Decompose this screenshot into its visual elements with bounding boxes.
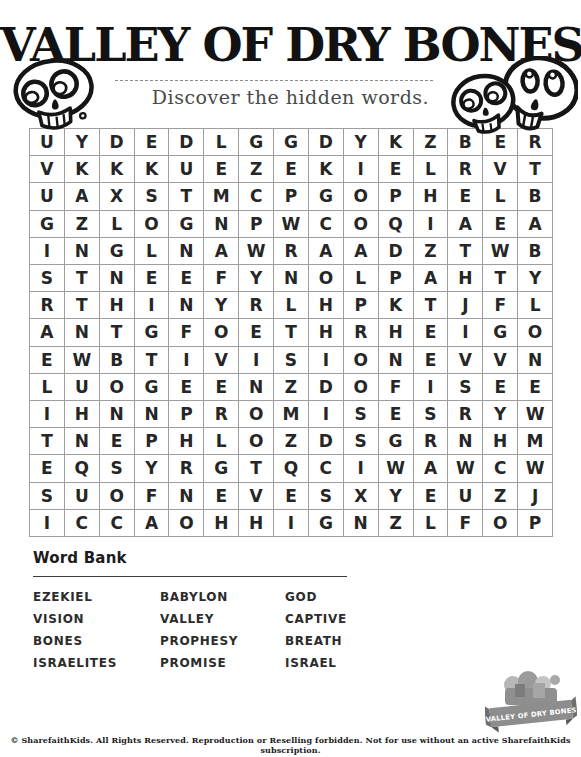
grid-cell[interactable]: P — [274, 183, 309, 210]
grid-cell[interactable]: L — [30, 374, 65, 401]
grid-cell[interactable]: N — [344, 510, 379, 537]
grid-cell[interactable]: O — [204, 319, 239, 346]
word-bank-word: ISRAELITES — [33, 652, 160, 674]
word-bank-word: PROPHESY — [160, 630, 285, 652]
skull-left-icon — [6, 58, 106, 134]
grid-cell[interactable]: C — [483, 455, 518, 482]
grid-cell[interactable]: T — [135, 347, 170, 374]
grid-cell[interactable]: Y — [344, 129, 379, 156]
grid-cell[interactable]: T — [239, 455, 274, 482]
grid-cell[interactable]: Y — [204, 292, 239, 319]
grid-cell[interactable]: W — [448, 455, 483, 482]
grid-cell[interactable]: A — [448, 211, 483, 238]
grid-cell[interactable]: Y — [518, 265, 553, 292]
grid-cell[interactable]: H — [483, 428, 518, 455]
grid-cell[interactable]: E — [239, 319, 274, 346]
grid-cell[interactable]: L — [274, 292, 309, 319]
grid-cell[interactable]: H — [100, 292, 135, 319]
grid-cell[interactable]: L — [414, 156, 449, 183]
grid-cell[interactable]: M — [518, 428, 553, 455]
grid-cell[interactable]: U — [169, 156, 204, 183]
grid-cell[interactable]: I — [309, 401, 344, 428]
grid-cell[interactable]: C — [309, 455, 344, 482]
skulls-right-icon — [448, 56, 578, 138]
grid-cell[interactable]: K — [309, 156, 344, 183]
grid-cell[interactable]: Y — [135, 455, 170, 482]
grid-cell[interactable]: I — [30, 510, 65, 537]
grid-cell[interactable]: Y — [379, 483, 414, 510]
grid-cell[interactable]: W — [239, 238, 274, 265]
grid-cell[interactable]: R — [204, 401, 239, 428]
grid-cell[interactable]: A — [309, 238, 344, 265]
grid-cell[interactable]: Z — [239, 156, 274, 183]
word-bank-word: VISION — [33, 608, 160, 630]
puzzle-grid: UYDEDLGGDYKZBERVKKKUEZEKIELRVTUAXSTMCPGO… — [29, 128, 553, 537]
grid-cell[interactable]: Z — [483, 483, 518, 510]
grid-cell[interactable]: E — [135, 129, 170, 156]
grid-cell[interactable]: G — [483, 319, 518, 346]
grid-cell[interactable]: A — [65, 183, 100, 210]
grid-cell[interactable]: K — [100, 156, 135, 183]
grid-cell[interactable]: J — [448, 292, 483, 319]
grid-cell[interactable]: I — [274, 510, 309, 537]
grid-cell[interactable]: V — [483, 347, 518, 374]
grid-cell[interactable]: G — [30, 211, 65, 238]
grid-cell[interactable]: Z — [274, 374, 309, 401]
grid-cell[interactable]: I — [414, 374, 449, 401]
grid-cell[interactable]: B — [100, 347, 135, 374]
grid-cell[interactable]: E — [414, 319, 449, 346]
grid-cell[interactable]: W — [483, 238, 518, 265]
grid-cell[interactable]: F — [135, 483, 170, 510]
grid-cell[interactable]: L — [414, 510, 449, 537]
grid-cell[interactable]: J — [518, 483, 553, 510]
copyright-text: © SharefaithKids. All Rights Reserved. R… — [0, 735, 581, 755]
grid-cell[interactable]: Z — [65, 211, 100, 238]
grid-cell[interactable]: X — [344, 483, 379, 510]
word-bank-list: EZEKIEL VISION BONES ISRAELITES BABYLON … — [33, 586, 347, 674]
grid-cell[interactable]: L — [518, 292, 553, 319]
word-bank-word: BABYLON — [160, 586, 285, 608]
grid-cell[interactable]: N — [100, 265, 135, 292]
grid-cell[interactable]: O — [169, 510, 204, 537]
word-bank-word: BREATH — [285, 630, 347, 652]
grid-cell[interactable]: R — [239, 292, 274, 319]
grid-cell[interactable]: H — [65, 401, 100, 428]
grid-cell[interactable]: E — [169, 265, 204, 292]
grid-cell[interactable]: I — [30, 238, 65, 265]
grid-cell[interactable]: N — [65, 238, 100, 265]
grid-cell[interactable]: O — [239, 401, 274, 428]
grid-cell[interactable]: B — [518, 238, 553, 265]
grid-cell[interactable]: Y — [483, 401, 518, 428]
grid-cell[interactable]: V — [483, 156, 518, 183]
grid-cell[interactable]: G — [309, 510, 344, 537]
dotted-divider — [115, 80, 433, 81]
grid-cell[interactable]: N — [100, 401, 135, 428]
worksheet-page: VALLEY OF DRY BONES Discover the hidden … — [0, 0, 581, 757]
grid-cell[interactable]: N — [274, 265, 309, 292]
grid-cell[interactable]: E — [274, 156, 309, 183]
grid-cell[interactable]: G — [100, 238, 135, 265]
grid-cell[interactable]: O — [100, 483, 135, 510]
grid-cell[interactable]: O — [483, 510, 518, 537]
grid-cell[interactable]: T — [30, 428, 65, 455]
grid-cell[interactable]: P — [379, 265, 414, 292]
grid-cell[interactable]: E — [30, 455, 65, 482]
grid-cell[interactable]: N — [65, 428, 100, 455]
grid-cell[interactable]: H — [448, 265, 483, 292]
grid-cell[interactable]: E — [274, 483, 309, 510]
grid-cell[interactable]: D — [169, 129, 204, 156]
grid-cell[interactable]: O — [344, 374, 379, 401]
grid-cell[interactable]: X — [100, 183, 135, 210]
grid-cell[interactable]: R — [344, 319, 379, 346]
grid-cell[interactable]: F — [169, 319, 204, 346]
grid-cell[interactable]: E — [483, 374, 518, 401]
grid-cell[interactable]: K — [135, 156, 170, 183]
word-bank-word: EZEKIEL — [33, 586, 160, 608]
grid-cell[interactable]: K — [379, 129, 414, 156]
grid-cell[interactable]: L — [100, 211, 135, 238]
grid-cell[interactable]: A — [135, 510, 170, 537]
grid-cell[interactable]: Q — [274, 455, 309, 482]
grid-cell[interactable]: U — [30, 183, 65, 210]
grid-cell[interactable]: A — [414, 265, 449, 292]
grid-cell[interactable]: R — [448, 156, 483, 183]
grid-cell[interactable]: F — [483, 292, 518, 319]
grid-cell[interactable]: P — [169, 401, 204, 428]
grid-cell[interactable]: K — [65, 156, 100, 183]
grid-cell[interactable]: G — [239, 129, 274, 156]
grid-cell[interactable]: Z — [414, 238, 449, 265]
grid-cell[interactable]: G — [135, 374, 170, 401]
grid-cell[interactable]: G — [169, 211, 204, 238]
grid-cell[interactable]: H — [414, 183, 449, 210]
grid-cell[interactable]: O — [344, 347, 379, 374]
grid-cell[interactable]: F — [379, 374, 414, 401]
grid-cell[interactable]: Z — [274, 428, 309, 455]
grid-cell[interactable]: Y — [239, 265, 274, 292]
grid-cell[interactable]: E — [379, 401, 414, 428]
grid-cell[interactable]: N — [169, 292, 204, 319]
grid-cell[interactable]: T — [169, 183, 204, 210]
word-bank-divider — [33, 576, 347, 577]
grid-cell[interactable]: T — [414, 292, 449, 319]
grid-cell[interactable]: I — [309, 347, 344, 374]
grid-cell[interactable]: N — [169, 483, 204, 510]
grid-cell[interactable]: O — [100, 374, 135, 401]
grid-cell[interactable]: T — [483, 265, 518, 292]
grid-cell[interactable]: C — [239, 183, 274, 210]
grid-cell[interactable]: S — [274, 347, 309, 374]
grid-cell[interactable]: E — [414, 483, 449, 510]
grid-cell[interactable]: E — [414, 347, 449, 374]
grid-cell[interactable]: R — [169, 455, 204, 482]
grid-cell[interactable]: I — [414, 211, 449, 238]
grid-cell[interactable]: E — [135, 265, 170, 292]
grid-cell[interactable]: T — [65, 265, 100, 292]
grid-cell[interactable]: C — [100, 510, 135, 537]
grid-cell[interactable]: U — [448, 483, 483, 510]
grid-cell[interactable]: S — [309, 483, 344, 510]
grid-cell[interactable]: W — [518, 401, 553, 428]
grid-cell[interactable]: P — [344, 292, 379, 319]
sharefaith-badge: VALLEY OF DRY BONES — [485, 671, 577, 734]
grid-cell[interactable]: S — [30, 483, 65, 510]
grid-cell[interactable]: C — [309, 211, 344, 238]
grid-cell[interactable]: H — [239, 510, 274, 537]
word-bank-heading: Word Bank — [33, 549, 127, 567]
grid-cell[interactable]: V — [239, 483, 274, 510]
grid-cell[interactable]: E — [483, 211, 518, 238]
grid-cell[interactable]: H — [204, 510, 239, 537]
word-bank-word: GOD — [285, 586, 347, 608]
grid-cell[interactable]: T — [65, 292, 100, 319]
grid-cell[interactable]: Q — [65, 455, 100, 482]
grid-cell[interactable]: P — [518, 510, 553, 537]
grid-cell[interactable]: V — [30, 156, 65, 183]
grid-cell[interactable]: L — [204, 129, 239, 156]
grid-cell[interactable]: N — [239, 374, 274, 401]
grid-cell[interactable]: I — [344, 455, 379, 482]
grid-cell[interactable]: U — [65, 483, 100, 510]
grid-cell[interactable]: D — [309, 129, 344, 156]
grid-cell[interactable]: K — [379, 292, 414, 319]
word-bank-word: ISRAEL — [285, 652, 347, 674]
grid-cell[interactable]: I — [30, 401, 65, 428]
grid-cell[interactable]: S — [344, 428, 379, 455]
grid-cell[interactable]: H — [169, 428, 204, 455]
grid-cell[interactable]: E — [100, 428, 135, 455]
grid-cell[interactable]: N — [448, 428, 483, 455]
grid-cell[interactable]: O — [239, 428, 274, 455]
grid-cell[interactable]: Z — [414, 129, 449, 156]
grid-cell[interactable]: I — [448, 319, 483, 346]
grid-cell[interactable]: S — [448, 374, 483, 401]
grid-cell[interactable]: L — [483, 183, 518, 210]
grid-cell[interactable]: G — [135, 319, 170, 346]
grid-cell[interactable]: P — [239, 211, 274, 238]
grid-cell[interactable]: B — [518, 183, 553, 210]
grid-cell[interactable]: A — [344, 238, 379, 265]
grid-cell[interactable]: V — [204, 347, 239, 374]
grid-cell[interactable]: S — [100, 455, 135, 482]
grid-cell[interactable]: R — [274, 238, 309, 265]
grid-cell[interactable]: O — [344, 211, 379, 238]
grid-cell[interactable]: W — [518, 455, 553, 482]
grid-cell[interactable]: O — [309, 265, 344, 292]
grid-cell[interactable]: A — [518, 211, 553, 238]
grid-cell[interactable]: R — [30, 292, 65, 319]
grid-cell[interactable]: E — [169, 374, 204, 401]
grid-cell[interactable]: M — [274, 401, 309, 428]
grid-cell[interactable]: U — [65, 374, 100, 401]
grid-cell[interactable]: L — [135, 238, 170, 265]
grid-cell[interactable]: F — [204, 265, 239, 292]
grid-cell[interactable]: S — [30, 265, 65, 292]
grid-cell[interactable]: H — [309, 292, 344, 319]
grid-cell[interactable]: N — [135, 401, 170, 428]
grid-cell[interactable]: R — [448, 401, 483, 428]
grid-cell[interactable]: O — [344, 183, 379, 210]
word-bank-word: BONES — [33, 630, 160, 652]
grid-cell[interactable]: N — [379, 347, 414, 374]
grid-cell[interactable]: G — [274, 129, 309, 156]
grid-cell[interactable]: R — [414, 428, 449, 455]
grid-cell[interactable]: Z — [379, 510, 414, 537]
grid-cell[interactable]: L — [344, 265, 379, 292]
grid-cell[interactable]: I — [135, 292, 170, 319]
grid-cell[interactable]: L — [204, 428, 239, 455]
word-bank-word: PROMISE — [160, 652, 285, 674]
grid-cell[interactable]: D — [309, 428, 344, 455]
grid-cell[interactable]: T — [448, 238, 483, 265]
grid-cell[interactable]: O — [518, 319, 553, 346]
grid-cell[interactable]: E — [518, 374, 553, 401]
grid-cell[interactable]: W — [274, 211, 309, 238]
grid-cell[interactable]: E — [204, 156, 239, 183]
grid-cell[interactable]: E — [30, 347, 65, 374]
grid-cell[interactable]: A — [30, 319, 65, 346]
grid-cell[interactable]: F — [448, 510, 483, 537]
word-bank-word: CAPTIVE — [285, 608, 347, 630]
grid-cell[interactable]: A — [414, 455, 449, 482]
grid-cell[interactable]: P — [135, 428, 170, 455]
grid-cell[interactable]: H — [379, 319, 414, 346]
badge-artwork — [504, 671, 560, 705]
grid-cell[interactable]: E — [448, 183, 483, 210]
grid-cell[interactable]: W — [379, 455, 414, 482]
grid-cell[interactable]: W — [65, 347, 100, 374]
grid-cell[interactable]: V — [448, 347, 483, 374]
grid-cell[interactable]: G — [204, 455, 239, 482]
grid-cell[interactable]: E — [204, 483, 239, 510]
grid-cell[interactable]: S — [135, 183, 170, 210]
grid-cell[interactable]: H — [309, 319, 344, 346]
grid-cell[interactable]: S — [414, 401, 449, 428]
grid-cell[interactable]: Q — [379, 211, 414, 238]
grid-cell[interactable]: I — [169, 347, 204, 374]
grid-cell[interactable]: P — [379, 183, 414, 210]
grid-cell[interactable]: D — [309, 374, 344, 401]
grid-cell[interactable]: G — [379, 428, 414, 455]
grid-cell[interactable]: N — [169, 238, 204, 265]
grid-cell[interactable]: N — [518, 347, 553, 374]
grid-cell[interactable]: N — [204, 211, 239, 238]
grid-cell[interactable]: I — [344, 156, 379, 183]
grid-cell[interactable]: T — [518, 156, 553, 183]
word-bank-word: VALLEY — [160, 608, 285, 630]
grid-cell[interactable]: T — [100, 319, 135, 346]
grid-cell[interactable]: E — [379, 156, 414, 183]
grid-cell[interactable]: G — [309, 183, 344, 210]
grid-cell[interactable]: E — [204, 374, 239, 401]
grid-cell[interactable]: D — [379, 238, 414, 265]
grid-cell[interactable]: O — [135, 211, 170, 238]
grid-cell[interactable]: A — [204, 238, 239, 265]
grid-cell[interactable]: C — [65, 510, 100, 537]
grid-cell[interactable]: N — [65, 319, 100, 346]
grid-cell[interactable]: I — [239, 347, 274, 374]
grid-cell[interactable]: M — [204, 183, 239, 210]
grid-cell[interactable]: S — [344, 401, 379, 428]
grid-cell[interactable]: T — [274, 319, 309, 346]
